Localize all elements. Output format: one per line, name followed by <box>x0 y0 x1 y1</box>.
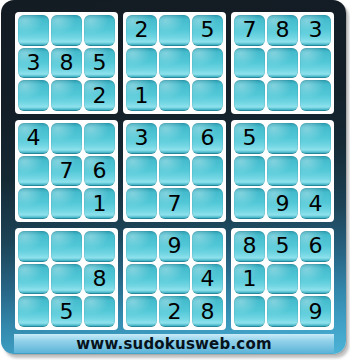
cell-r2c5[interactable] <box>159 48 190 79</box>
cell-r1c7[interactable]: 7 <box>234 15 265 46</box>
cell-r5c9[interactable] <box>300 156 331 187</box>
cell-r8c2[interactable] <box>51 264 82 295</box>
cell-r8c1[interactable] <box>18 264 49 295</box>
cell-r1c9[interactable]: 3 <box>300 15 331 46</box>
cell-r2c4[interactable] <box>126 48 157 79</box>
box-3: 783 <box>231 12 334 114</box>
cell-r6c7[interactable] <box>234 188 265 219</box>
cell-r4c2[interactable] <box>51 123 82 154</box>
cell-r9c9[interactable]: 9 <box>300 296 331 327</box>
cell-r6c8[interactable]: 9 <box>267 188 298 219</box>
cell-r9c6[interactable]: 8 <box>192 296 223 327</box>
cell-r9c4[interactable] <box>126 296 157 327</box>
cell-r4c3[interactable] <box>84 123 115 154</box>
cell-r5c6[interactable] <box>192 156 223 187</box>
cell-r3c3[interactable]: 2 <box>84 80 115 111</box>
cell-r5c5[interactable] <box>159 156 190 187</box>
cell-r9c3[interactable] <box>84 296 115 327</box>
cell-r7c1[interactable] <box>18 231 49 262</box>
cell-r5c2[interactable]: 7 <box>51 156 82 187</box>
cell-r4c8[interactable] <box>267 123 298 154</box>
cell-r1c3[interactable] <box>84 15 115 46</box>
cell-r6c3[interactable]: 1 <box>84 188 115 219</box>
cell-r8c5[interactable] <box>159 264 190 295</box>
cell-r9c7[interactable] <box>234 296 265 327</box>
cell-r4c6[interactable]: 6 <box>192 123 223 154</box>
cell-r2c2[interactable]: 8 <box>51 48 82 79</box>
cell-r7c2[interactable] <box>51 231 82 262</box>
cell-r5c4[interactable] <box>126 156 157 187</box>
cell-r9c8[interactable] <box>267 296 298 327</box>
cell-r4c5[interactable] <box>159 123 190 154</box>
cell-r3c4[interactable]: 1 <box>126 80 157 111</box>
cell-r9c5[interactable]: 2 <box>159 296 190 327</box>
cell-r3c9[interactable] <box>300 80 331 111</box>
cell-r2c8[interactable] <box>267 48 298 79</box>
cell-r3c7[interactable] <box>234 80 265 111</box>
cell-r3c2[interactable] <box>51 80 82 111</box>
cell-r7c6[interactable] <box>192 231 223 262</box>
cell-r3c8[interactable] <box>267 80 298 111</box>
cell-r2c1[interactable]: 3 <box>18 48 49 79</box>
cell-r7c5[interactable]: 9 <box>159 231 190 262</box>
cell-r3c5[interactable] <box>159 80 190 111</box>
cell-r7c7[interactable]: 8 <box>234 231 265 262</box>
cell-r8c7[interactable]: 1 <box>234 264 265 295</box>
cell-r8c3[interactable]: 8 <box>84 264 115 295</box>
cell-r8c6[interactable]: 4 <box>192 264 223 295</box>
footer-site-link[interactable]: www.sudokusweb.com <box>76 335 271 353</box>
cell-r1c4[interactable]: 2 <box>126 15 157 46</box>
cell-r7c3[interactable] <box>84 231 115 262</box>
cell-r8c9[interactable] <box>300 264 331 295</box>
box-6: 594 <box>231 120 334 222</box>
cell-r6c9[interactable]: 4 <box>300 188 331 219</box>
cell-r7c9[interactable]: 6 <box>300 231 331 262</box>
cell-r8c4[interactable] <box>126 264 157 295</box>
cell-r6c1[interactable] <box>18 188 49 219</box>
cell-r5c7[interactable] <box>234 156 265 187</box>
cell-r6c6[interactable] <box>192 188 223 219</box>
cell-r5c8[interactable] <box>267 156 298 187</box>
cell-r1c1[interactable] <box>18 15 49 46</box>
cell-r9c2[interactable]: 5 <box>51 296 82 327</box>
cell-r2c7[interactable] <box>234 48 265 79</box>
cell-r1c6[interactable]: 5 <box>192 15 223 46</box>
cell-r9c1[interactable] <box>18 296 49 327</box>
cell-r4c4[interactable]: 3 <box>126 123 157 154</box>
cell-r1c8[interactable]: 8 <box>267 15 298 46</box>
box-5: 367 <box>123 120 226 222</box>
board: 3852251783476136759485942885619 <box>15 12 334 330</box>
cell-r4c7[interactable]: 5 <box>234 123 265 154</box>
cell-r3c1[interactable] <box>18 80 49 111</box>
footer-band: www.sudokusweb.com <box>14 334 334 353</box>
cell-r5c3[interactable]: 6 <box>84 156 115 187</box>
cell-r4c1[interactable]: 4 <box>18 123 49 154</box>
box-2: 251 <box>123 12 226 114</box>
box-4: 4761 <box>15 120 118 222</box>
board-frame: 3852251783476136759485942885619 www.sudo… <box>1 0 346 354</box>
cell-r3c6[interactable] <box>192 80 223 111</box>
cell-r8c8[interactable] <box>267 264 298 295</box>
box-1: 3852 <box>15 12 118 114</box>
cell-r4c9[interactable] <box>300 123 331 154</box>
cell-r2c6[interactable] <box>192 48 223 79</box>
cell-r6c4[interactable] <box>126 188 157 219</box>
cell-r1c2[interactable] <box>51 15 82 46</box>
cell-r7c4[interactable] <box>126 231 157 262</box>
cell-r2c9[interactable] <box>300 48 331 79</box>
cell-r6c5[interactable]: 7 <box>159 188 190 219</box>
box-8: 9428 <box>123 228 226 330</box>
box-7: 85 <box>15 228 118 330</box>
cell-r5c1[interactable] <box>18 156 49 187</box>
cell-r7c8[interactable]: 5 <box>267 231 298 262</box>
cell-r2c3[interactable]: 5 <box>84 48 115 79</box>
cell-r1c5[interactable] <box>159 15 190 46</box>
cell-r6c2[interactable] <box>51 188 82 219</box>
box-9: 85619 <box>231 228 334 330</box>
